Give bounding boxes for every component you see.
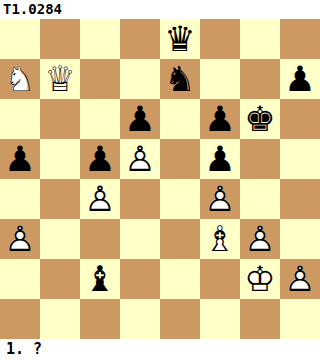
square-e1[interactable] (160, 299, 200, 339)
square-e8[interactable]: ♛ (160, 19, 200, 59)
square-f5[interactable]: ♟ (200, 139, 240, 179)
white-knight-piece: ♞♘ (0, 59, 40, 99)
black-pawn-piece: ♟ (200, 139, 240, 179)
square-g5[interactable] (240, 139, 280, 179)
square-d4[interactable] (120, 179, 160, 219)
square-a1[interactable] (0, 299, 40, 339)
square-e4[interactable] (160, 179, 200, 219)
move-prompt: 1. ? (0, 339, 320, 360)
square-f7[interactable] (200, 59, 240, 99)
square-b3[interactable] (40, 219, 80, 259)
square-g2[interactable]: ♚♔ (240, 259, 280, 299)
square-a7[interactable]: ♞♘ (0, 59, 40, 99)
square-b1[interactable] (40, 299, 80, 339)
square-f6[interactable]: ♟ (200, 99, 240, 139)
square-a8[interactable] (0, 19, 40, 59)
square-c6[interactable] (80, 99, 120, 139)
black-pawn-piece: ♟ (80, 139, 120, 179)
square-c7[interactable] (80, 59, 120, 99)
square-g8[interactable] (240, 19, 280, 59)
square-a5[interactable]: ♟ (0, 139, 40, 179)
square-c3[interactable] (80, 219, 120, 259)
square-d8[interactable] (120, 19, 160, 59)
white-pawn-piece: ♟♙ (0, 219, 40, 259)
square-d7[interactable] (120, 59, 160, 99)
square-a2[interactable] (0, 259, 40, 299)
square-c4[interactable]: ♟♙ (80, 179, 120, 219)
black-bishop-piece: ♝ (80, 259, 120, 299)
white-queen-piece: ♛♕ (40, 59, 80, 99)
square-h1[interactable] (280, 299, 320, 339)
square-h6[interactable] (280, 99, 320, 139)
chess-board: ♛♞♘♛♕♞♟♟♟♚♟♟♟♙♟♟♙♟♙♟♙♝♗♟♙♝♚♔♟♙ (0, 19, 320, 339)
square-h2[interactable]: ♟♙ (280, 259, 320, 299)
square-a6[interactable] (0, 99, 40, 139)
square-h5[interactable] (280, 139, 320, 179)
square-b2[interactable] (40, 259, 80, 299)
white-king-piece: ♚♔ (240, 259, 280, 299)
black-knight-piece: ♞ (160, 59, 200, 99)
square-f8[interactable] (200, 19, 240, 59)
square-d1[interactable] (120, 299, 160, 339)
white-bishop-piece: ♝♗ (200, 219, 240, 259)
square-c2[interactable]: ♝ (80, 259, 120, 299)
white-pawn-piece: ♟♙ (80, 179, 120, 219)
white-pawn-piece: ♟♙ (200, 179, 240, 219)
square-e3[interactable] (160, 219, 200, 259)
square-g6[interactable]: ♚ (240, 99, 280, 139)
square-g4[interactable] (240, 179, 280, 219)
black-pawn-piece: ♟ (280, 59, 320, 99)
square-h3[interactable] (280, 219, 320, 259)
square-e2[interactable] (160, 259, 200, 299)
white-pawn-piece: ♟♙ (240, 219, 280, 259)
white-pawn-piece: ♟♙ (280, 259, 320, 299)
square-c8[interactable] (80, 19, 120, 59)
square-g1[interactable] (240, 299, 280, 339)
square-f4[interactable]: ♟♙ (200, 179, 240, 219)
black-pawn-piece: ♟ (200, 99, 240, 139)
square-e7[interactable]: ♞ (160, 59, 200, 99)
square-e5[interactable] (160, 139, 200, 179)
diagram-title: T1.0284 (0, 0, 320, 19)
square-c1[interactable] (80, 299, 120, 339)
square-h4[interactable] (280, 179, 320, 219)
square-d3[interactable] (120, 219, 160, 259)
square-g7[interactable] (240, 59, 280, 99)
square-d5[interactable]: ♟♙ (120, 139, 160, 179)
black-pawn-piece: ♟ (120, 99, 160, 139)
square-a4[interactable] (0, 179, 40, 219)
square-f1[interactable] (200, 299, 240, 339)
black-pawn-piece: ♟ (0, 139, 40, 179)
square-b7[interactable]: ♛♕ (40, 59, 80, 99)
square-f2[interactable] (200, 259, 240, 299)
square-b6[interactable] (40, 99, 80, 139)
black-queen-piece: ♛ (160, 19, 200, 59)
square-c5[interactable]: ♟ (80, 139, 120, 179)
square-h8[interactable] (280, 19, 320, 59)
square-e6[interactable] (160, 99, 200, 139)
square-d6[interactable]: ♟ (120, 99, 160, 139)
square-f3[interactable]: ♝♗ (200, 219, 240, 259)
square-d2[interactable] (120, 259, 160, 299)
square-b4[interactable] (40, 179, 80, 219)
black-king-piece: ♚ (240, 99, 280, 139)
square-a3[interactable]: ♟♙ (0, 219, 40, 259)
square-g3[interactable]: ♟♙ (240, 219, 280, 259)
white-pawn-piece: ♟♙ (120, 139, 160, 179)
square-h7[interactable]: ♟ (280, 59, 320, 99)
chess-diagram-page: T1.0284 ♛♞♘♛♕♞♟♟♟♚♟♟♟♙♟♟♙♟♙♟♙♝♗♟♙♝♚♔♟♙ 1… (0, 0, 320, 360)
square-b5[interactable] (40, 139, 80, 179)
square-b8[interactable] (40, 19, 80, 59)
